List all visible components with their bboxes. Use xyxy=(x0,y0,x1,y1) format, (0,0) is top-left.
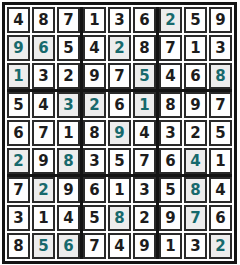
cell-r8c1[interactable]: 3 xyxy=(7,205,30,231)
box-1: 487965132 xyxy=(7,7,80,89)
cell-r7c7[interactable]: 5 xyxy=(159,177,182,203)
cell-r5c5[interactable]: 9 xyxy=(108,120,131,146)
cell-r4c2[interactable]: 4 xyxy=(32,92,55,118)
cell-r7c4[interactable]: 6 xyxy=(83,177,106,203)
cell-r1c2[interactable]: 8 xyxy=(32,7,55,33)
box-8: 613582749 xyxy=(83,177,156,259)
box-2: 136428975 xyxy=(83,7,156,89)
cell-r2c4[interactable]: 4 xyxy=(83,35,106,61)
cell-r9c4[interactable]: 7 xyxy=(83,233,106,259)
cell-r3c4[interactable]: 9 xyxy=(83,63,106,89)
cell-r2c8[interactable]: 1 xyxy=(184,35,207,61)
cell-r5c4[interactable]: 8 xyxy=(83,120,106,146)
cell-r2c3[interactable]: 5 xyxy=(57,35,80,61)
cell-r4c6[interactable]: 1 xyxy=(133,92,156,118)
cell-r3c5[interactable]: 7 xyxy=(108,63,131,89)
box-5: 261894357 xyxy=(83,92,156,174)
box-7: 729314856 xyxy=(7,177,80,259)
cell-r8c9[interactable]: 6 xyxy=(209,205,232,231)
cell-r7c1[interactable]: 7 xyxy=(7,177,30,203)
cell-r1c3[interactable]: 7 xyxy=(57,7,80,33)
cell-r5c9[interactable]: 5 xyxy=(209,120,232,146)
cell-r7c5[interactable]: 1 xyxy=(108,177,131,203)
cell-r1c8[interactable]: 5 xyxy=(184,7,207,33)
cell-r6c7[interactable]: 6 xyxy=(159,148,182,174)
cell-r6c6[interactable]: 7 xyxy=(133,148,156,174)
cell-r4c8[interactable]: 9 xyxy=(184,92,207,118)
cell-r9c5[interactable]: 4 xyxy=(108,233,131,259)
cell-r8c7[interactable]: 9 xyxy=(159,205,182,231)
cell-r9c6[interactable]: 9 xyxy=(133,233,156,259)
cell-r7c8[interactable]: 8 xyxy=(184,177,207,203)
cell-r3c6[interactable]: 5 xyxy=(133,63,156,89)
cell-r2c1[interactable]: 9 xyxy=(7,35,30,61)
box-4: 543671298 xyxy=(7,92,80,174)
cell-r4c7[interactable]: 8 xyxy=(159,92,182,118)
cell-r7c9[interactable]: 4 xyxy=(209,177,232,203)
cell-r5c7[interactable]: 3 xyxy=(159,120,182,146)
box-6: 897325641 xyxy=(159,92,232,174)
cell-r9c3[interactable]: 6 xyxy=(57,233,80,259)
cell-r6c9[interactable]: 1 xyxy=(209,148,232,174)
cell-r1c9[interactable]: 9 xyxy=(209,7,232,33)
sudoku-grid: 4879651321364289752597134685436712982618… xyxy=(7,7,232,259)
cell-r4c9[interactable]: 7 xyxy=(209,92,232,118)
cell-r8c2[interactable]: 1 xyxy=(32,205,55,231)
cell-r3c9[interactable]: 8 xyxy=(209,63,232,89)
cell-r2c6[interactable]: 8 xyxy=(133,35,156,61)
cell-r6c4[interactable]: 3 xyxy=(83,148,106,174)
box-3: 259713468 xyxy=(159,7,232,89)
cell-r5c6[interactable]: 4 xyxy=(133,120,156,146)
cell-r8c6[interactable]: 2 xyxy=(133,205,156,231)
cell-r1c4[interactable]: 1 xyxy=(83,7,106,33)
cell-r3c1[interactable]: 1 xyxy=(7,63,30,89)
sudoku-board: 4879651321364289752597134685436712982618… xyxy=(2,2,237,264)
cell-r5c2[interactable]: 7 xyxy=(32,120,55,146)
cell-r1c6[interactable]: 6 xyxy=(133,7,156,33)
cell-r3c7[interactable]: 4 xyxy=(159,63,182,89)
cell-r8c3[interactable]: 4 xyxy=(57,205,80,231)
cell-r3c2[interactable]: 3 xyxy=(32,63,55,89)
cell-r3c3[interactable]: 2 xyxy=(57,63,80,89)
cell-r8c5[interactable]: 8 xyxy=(108,205,131,231)
cell-r9c9[interactable]: 2 xyxy=(209,233,232,259)
cell-r4c1[interactable]: 5 xyxy=(7,92,30,118)
cell-r4c3[interactable]: 3 xyxy=(57,92,80,118)
cell-r5c3[interactable]: 1 xyxy=(57,120,80,146)
cell-r7c2[interactable]: 2 xyxy=(32,177,55,203)
cell-r7c3[interactable]: 9 xyxy=(57,177,80,203)
cell-r9c1[interactable]: 8 xyxy=(7,233,30,259)
box-9: 584976132 xyxy=(159,177,232,259)
cell-r2c5[interactable]: 2 xyxy=(108,35,131,61)
cell-r8c8[interactable]: 7 xyxy=(184,205,207,231)
cell-r1c7[interactable]: 2 xyxy=(159,7,182,33)
cell-r6c3[interactable]: 8 xyxy=(57,148,80,174)
cell-r4c5[interactable]: 6 xyxy=(108,92,131,118)
cell-r6c5[interactable]: 5 xyxy=(108,148,131,174)
cell-r9c2[interactable]: 5 xyxy=(32,233,55,259)
cell-r3c8[interactable]: 6 xyxy=(184,63,207,89)
cell-r7c6[interactable]: 3 xyxy=(133,177,156,203)
cell-r2c2[interactable]: 6 xyxy=(32,35,55,61)
cell-r1c1[interactable]: 4 xyxy=(7,7,30,33)
cell-r4c4[interactable]: 2 xyxy=(83,92,106,118)
cell-r6c2[interactable]: 9 xyxy=(32,148,55,174)
cell-r1c5[interactable]: 3 xyxy=(108,7,131,33)
cell-r9c7[interactable]: 1 xyxy=(159,233,182,259)
cell-r6c1[interactable]: 2 xyxy=(7,148,30,174)
cell-r5c8[interactable]: 2 xyxy=(184,120,207,146)
cell-r9c8[interactable]: 3 xyxy=(184,233,207,259)
cell-r5c1[interactable]: 6 xyxy=(7,120,30,146)
cell-r8c4[interactable]: 5 xyxy=(83,205,106,231)
cell-r6c8[interactable]: 4 xyxy=(184,148,207,174)
cell-r2c9[interactable]: 3 xyxy=(209,35,232,61)
cell-r2c7[interactable]: 7 xyxy=(159,35,182,61)
